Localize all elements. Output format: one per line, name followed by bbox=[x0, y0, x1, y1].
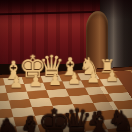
chess-board[interactable]: ♜♞♝♚♛♝♞♜♟♟♟♟♟♟♟♟♟♟♟♟♟♟♟♟♜♞♝♚♛♝♞♜ bbox=[0, 71, 132, 132]
piece-black-bishop[interactable]: ♝ bbox=[18, 114, 45, 132]
photo-chess-scene: ♜♞♝♚♛♝♞♜♟♟♟♟♟♟♟♟♟♟♟♟♟♟♟♟♜♞♝♚♛♝♞♜ bbox=[0, 0, 132, 132]
piece-white-pawn[interactable]: ♟ bbox=[67, 71, 81, 86]
piece-white-pawn[interactable]: ♟ bbox=[28, 73, 42, 88]
piece-white-pawn[interactable]: ♟ bbox=[9, 74, 23, 89]
piece-white-pawn[interactable]: ♟ bbox=[48, 72, 62, 87]
piece-white-pawn[interactable]: ♟ bbox=[105, 68, 119, 83]
piece-white-pawn[interactable]: ♟ bbox=[86, 70, 100, 85]
piece-black-knight[interactable]: ♞ bbox=[0, 116, 21, 132]
board-frame: ♜♞♝♚♛♝♞♜♟♟♟♟♟♟♟♟♟♟♟♟♟♟♟♟♜♞♝♚♛♝♞♜ bbox=[0, 67, 132, 132]
piece-white-pawn[interactable]: ♟ bbox=[0, 76, 4, 91]
piece-black-knight[interactable]: ♞ bbox=[109, 108, 132, 132]
